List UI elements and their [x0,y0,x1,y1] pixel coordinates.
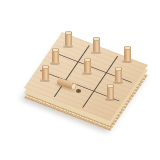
peg-body [65,33,72,46]
wooden-peg-1-2[interactable] [114,66,122,84]
wooden-peg-2-0[interactable] [41,64,49,82]
peg-body [124,48,131,61]
wooden-tic-tac-toe-photo [0,0,160,160]
wooden-peg-0-0[interactable] [64,30,72,48]
peg-body [115,69,122,82]
peg-body [84,60,91,73]
peg-body [42,67,49,80]
wooden-peg-1-0[interactable] [51,47,59,65]
peg-top-face [65,31,72,35]
wooden-peg-0-2[interactable] [123,45,131,63]
peg-top-face [115,67,122,71]
peg-body [93,39,100,52]
peg-top-face [124,46,131,50]
peg-top-face [93,37,100,41]
peg-top-face [84,58,91,62]
wooden-peg-0-1[interactable] [92,36,100,54]
peg-body [107,86,114,99]
peg-top-face [107,84,114,88]
peg-top-face [52,48,59,52]
wooden-peg-2-2[interactable] [106,83,114,101]
peg-body [52,50,59,63]
wooden-peg-1-1[interactable] [83,57,91,75]
peg-top-face [42,65,49,69]
